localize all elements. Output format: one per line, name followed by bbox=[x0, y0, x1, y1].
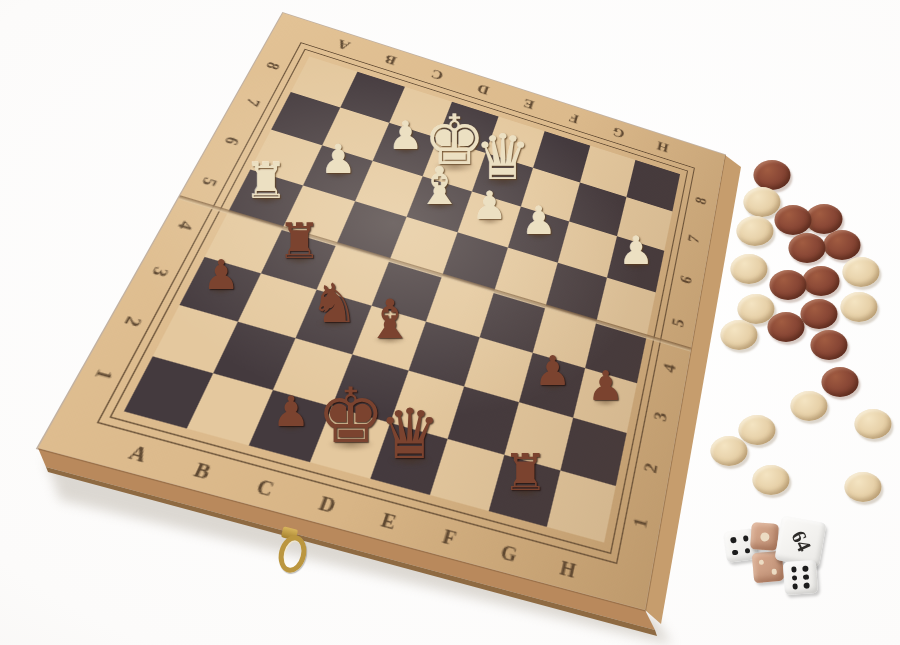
rank-label-right-3: 3 bbox=[650, 409, 671, 423]
file-label-bottom-d: D bbox=[316, 491, 339, 518]
white-pawn-e6[interactable]: ♟ bbox=[472, 186, 507, 225]
rank-label-right-4: 4 bbox=[660, 361, 681, 374]
rank-label-left-7: 7 bbox=[242, 96, 265, 108]
black-rook-g1[interactable]: ♜ bbox=[502, 448, 548, 499]
white-pawn-b6[interactable]: ♟ bbox=[321, 139, 357, 179]
white-bishop-d6[interactable]: ♝ bbox=[417, 160, 464, 212]
scene: ABCDEFGHABCDEFGH8765432187654321 ♟♚♟♛♜♝♟… bbox=[0, 0, 900, 645]
file-label-bottom-a: A bbox=[125, 440, 152, 467]
black-king-d1[interactable]: ♚ bbox=[317, 378, 385, 454]
rank-label-right-6: 6 bbox=[677, 273, 696, 285]
rank-label-right-2: 2 bbox=[640, 460, 662, 475]
white-pawn-c7[interactable]: ♟ bbox=[388, 116, 423, 155]
rank-label-left-5: 5 bbox=[197, 175, 221, 188]
file-label-top-h: H bbox=[655, 138, 669, 155]
file-label-top-d: D bbox=[475, 81, 491, 97]
file-label-top-c: C bbox=[429, 66, 445, 82]
file-label-bottom-f: F bbox=[440, 524, 459, 550]
rank-label-left-6: 6 bbox=[220, 134, 243, 147]
file-label-bottom-g: G bbox=[498, 540, 519, 567]
black-knight-c3[interactable]: ♞ bbox=[310, 276, 358, 330]
black-bishop-d3[interactable]: ♝ bbox=[366, 292, 414, 346]
black-pawn-a3[interactable]: ♟ bbox=[203, 254, 240, 295]
rank-label-left-4: 4 bbox=[173, 218, 198, 232]
white-pawn-f6[interactable]: ♟ bbox=[522, 202, 557, 241]
file-label-top-e: E bbox=[521, 96, 535, 112]
rank-label-right-5: 5 bbox=[668, 316, 688, 329]
file-label-top-a: A bbox=[334, 36, 352, 52]
rank-label-left-2: 2 bbox=[119, 313, 146, 328]
black-pawn-g3[interactable]: ♟ bbox=[534, 350, 571, 391]
rank-label-left-8: 8 bbox=[262, 59, 284, 71]
rank-label-right-1: 1 bbox=[630, 515, 653, 530]
black-rook-b4[interactable]: ♜ bbox=[277, 217, 321, 266]
black-pawn-h3[interactable]: ♟ bbox=[587, 366, 624, 407]
white-pawn-h6[interactable]: ♟ bbox=[619, 231, 654, 270]
rank-label-right-8: 8 bbox=[692, 195, 710, 207]
white-rook-a5[interactable]: ♜ bbox=[244, 157, 288, 206]
rank-label-right-7: 7 bbox=[685, 233, 704, 245]
rank-label-left-3: 3 bbox=[147, 264, 173, 278]
rank-label-left-1: 1 bbox=[90, 366, 119, 382]
file-label-bottom-h: H bbox=[558, 556, 578, 583]
black-pawn-c1[interactable]: ♟ bbox=[272, 390, 310, 432]
file-label-bottom-e: E bbox=[378, 508, 399, 534]
white-queen-e7[interactable]: ♛ bbox=[475, 127, 531, 190]
file-label-bottom-c: C bbox=[253, 474, 277, 501]
file-label-bottom-b: B bbox=[190, 458, 214, 484]
black-queen-e1[interactable]: ♛ bbox=[379, 400, 441, 469]
file-label-top-f: F bbox=[567, 110, 580, 126]
file-label-top-g: G bbox=[611, 124, 626, 141]
file-label-top-b: B bbox=[382, 51, 398, 67]
